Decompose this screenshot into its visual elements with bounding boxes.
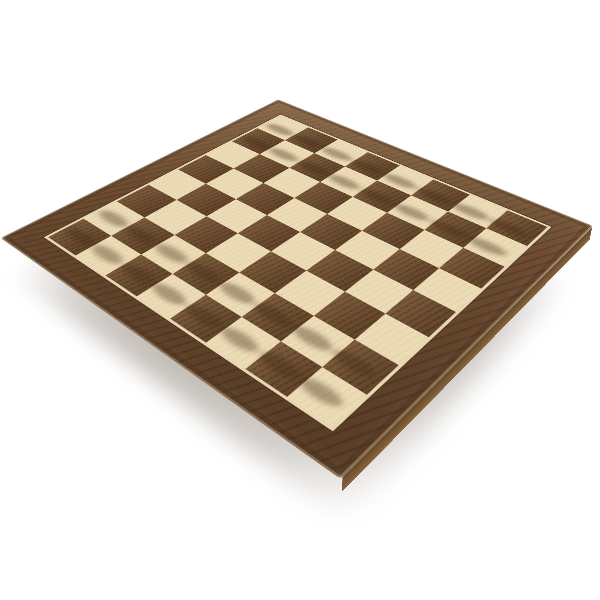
photo-canvas: ♜♞♝♛♚♝♞♜♟♟♟♟♟♟♟♟♟♟♟♟♟♟♟♟♜♞♝♛♚♝♞♜ — [0, 0, 600, 600]
piece-black-pawn-h7: ♟ — [463, 196, 513, 251]
chess-board: ♜♞♝♛♚♝♞♜♟♟♟♟♟♟♟♟♟♟♟♟♟♟♟♟♜♞♝♛♚♝♞♜ — [1, 99, 593, 479]
piece-white-rook-h1: ♜ — [286, 319, 357, 398]
scene: ♜♞♝♛♚♝♞♜♟♟♟♟♟♟♟♟♟♟♟♟♟♟♟♟♜♞♝♛♚♝♞♜ — [0, 0, 600, 600]
